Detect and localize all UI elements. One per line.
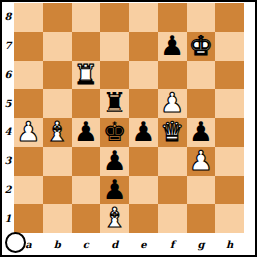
square-h8[interactable] bbox=[215, 3, 244, 32]
square-g4[interactable]: ♟ bbox=[187, 118, 216, 147]
square-e7[interactable] bbox=[129, 32, 158, 61]
square-e5[interactable] bbox=[129, 89, 158, 118]
piece-black-pawn-e4[interactable]: ♟ bbox=[131, 118, 155, 147]
square-g7[interactable]: ♚ bbox=[187, 32, 216, 61]
rank-label-7: 7 bbox=[2, 40, 14, 52]
piece-black-pawn-c4[interactable]: ♟ bbox=[74, 118, 98, 147]
piece-white-king-g7[interactable]: ♚ bbox=[189, 32, 213, 61]
square-c4[interactable]: ♟ bbox=[72, 118, 101, 147]
square-g3[interactable]: ♟ bbox=[187, 147, 216, 176]
square-f7[interactable]: ♟ bbox=[158, 32, 187, 61]
rank-label-2: 2 bbox=[2, 184, 14, 196]
square-d5[interactable]: ♜ bbox=[100, 89, 129, 118]
piece-white-pawn-a4[interactable]: ♟ bbox=[16, 118, 40, 147]
square-b8[interactable] bbox=[43, 3, 72, 32]
rank-label-5: 5 bbox=[2, 98, 14, 110]
square-c2[interactable] bbox=[72, 176, 101, 205]
piece-white-pawn-f5[interactable]: ♟ bbox=[160, 89, 184, 118]
square-f4[interactable]: ♛ bbox=[158, 118, 187, 147]
piece-black-pawn-d2[interactable]: ♟ bbox=[103, 176, 127, 205]
square-g1[interactable] bbox=[187, 204, 216, 233]
square-f5[interactable]: ♟ bbox=[158, 89, 187, 118]
square-f2[interactable] bbox=[158, 176, 187, 205]
square-c1[interactable] bbox=[72, 204, 101, 233]
square-g5[interactable] bbox=[187, 89, 216, 118]
square-b2[interactable] bbox=[43, 176, 72, 205]
square-e2[interactable] bbox=[129, 176, 158, 205]
piece-white-pawn-g3[interactable]: ♟ bbox=[189, 147, 213, 176]
file-label-e: e bbox=[129, 239, 158, 251]
square-h2[interactable] bbox=[215, 176, 244, 205]
piece-black-pawn-g4[interactable]: ♟ bbox=[189, 118, 213, 147]
file-label-f: f bbox=[158, 239, 187, 251]
square-h7[interactable] bbox=[215, 32, 244, 61]
piece-white-queen-f4[interactable]: ♛ bbox=[160, 118, 184, 147]
square-h4[interactable] bbox=[215, 118, 244, 147]
square-d1[interactable]: ♝ bbox=[100, 204, 129, 233]
square-e8[interactable] bbox=[129, 3, 158, 32]
square-g2[interactable] bbox=[187, 176, 216, 205]
piece-white-bishop-b4[interactable]: ♝ bbox=[45, 118, 69, 147]
square-e3[interactable] bbox=[129, 147, 158, 176]
square-a4[interactable]: ♟ bbox=[14, 118, 43, 147]
square-b4[interactable]: ♝ bbox=[43, 118, 72, 147]
square-c5[interactable] bbox=[72, 89, 101, 118]
file-label-h: h bbox=[215, 239, 244, 251]
chess-board: ♟♚♜♜♟♟♝♟♚♟♛♟♟♟♟♝ bbox=[14, 3, 244, 233]
square-b5[interactable] bbox=[43, 89, 72, 118]
rank-label-1: 1 bbox=[2, 213, 14, 225]
square-a2[interactable] bbox=[14, 176, 43, 205]
square-c6[interactable]: ♜ bbox=[72, 61, 101, 90]
file-label-g: g bbox=[187, 239, 216, 251]
square-b1[interactable] bbox=[43, 204, 72, 233]
square-d3[interactable]: ♟ bbox=[100, 147, 129, 176]
square-b6[interactable] bbox=[43, 61, 72, 90]
square-d7[interactable] bbox=[100, 32, 129, 61]
square-f6[interactable] bbox=[158, 61, 187, 90]
piece-white-rook-c6[interactable]: ♜ bbox=[74, 61, 98, 90]
square-a7[interactable] bbox=[14, 32, 43, 61]
file-label-b: b bbox=[43, 239, 72, 251]
square-f3[interactable] bbox=[158, 147, 187, 176]
file-label-d: d bbox=[100, 239, 129, 251]
square-d2[interactable]: ♟ bbox=[100, 176, 129, 205]
file-label-c: c bbox=[72, 239, 101, 251]
square-g8[interactable] bbox=[187, 3, 216, 32]
square-a5[interactable] bbox=[14, 89, 43, 118]
chess-diagram: ♟♚♜♜♟♟♝♟♚♟♛♟♟♟♟♝ 87654321 abcdefgh bbox=[0, 0, 257, 257]
rank-label-3: 3 bbox=[2, 155, 14, 167]
square-d8[interactable] bbox=[100, 3, 129, 32]
piece-black-pawn-d3[interactable]: ♟ bbox=[103, 147, 127, 176]
piece-black-rook-d5[interactable]: ♜ bbox=[103, 89, 127, 118]
square-b3[interactable] bbox=[43, 147, 72, 176]
square-d6[interactable] bbox=[100, 61, 129, 90]
square-e1[interactable] bbox=[129, 204, 158, 233]
square-c8[interactable] bbox=[72, 3, 101, 32]
square-c7[interactable] bbox=[72, 32, 101, 61]
square-a8[interactable] bbox=[14, 3, 43, 32]
rank-label-8: 8 bbox=[2, 11, 14, 23]
square-e6[interactable] bbox=[129, 61, 158, 90]
piece-black-pawn-f7[interactable]: ♟ bbox=[160, 32, 184, 61]
white-to-move-indicator bbox=[5, 232, 26, 253]
square-h3[interactable] bbox=[215, 147, 244, 176]
square-h1[interactable] bbox=[215, 204, 244, 233]
square-a1[interactable] bbox=[14, 204, 43, 233]
square-f8[interactable] bbox=[158, 3, 187, 32]
piece-white-bishop-d1[interactable]: ♝ bbox=[103, 204, 127, 233]
square-c3[interactable] bbox=[72, 147, 101, 176]
rank-label-6: 6 bbox=[2, 69, 14, 81]
square-f1[interactable] bbox=[158, 204, 187, 233]
square-b7[interactable] bbox=[43, 32, 72, 61]
square-h5[interactable] bbox=[215, 89, 244, 118]
piece-black-king-d4[interactable]: ♚ bbox=[103, 118, 127, 147]
square-g6[interactable] bbox=[187, 61, 216, 90]
square-a6[interactable] bbox=[14, 61, 43, 90]
square-h6[interactable] bbox=[215, 61, 244, 90]
square-e4[interactable]: ♟ bbox=[129, 118, 158, 147]
rank-label-4: 4 bbox=[2, 126, 14, 138]
square-d4[interactable]: ♚ bbox=[100, 118, 129, 147]
square-a3[interactable] bbox=[14, 147, 43, 176]
